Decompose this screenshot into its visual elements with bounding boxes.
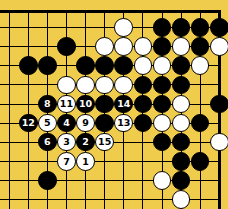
move-number: 1 [82,157,89,167]
board-intersection[interactable]: 15 [95,133,114,152]
board-intersection[interactable] [191,94,210,113]
board-intersection[interactable] [172,75,191,94]
board-intersection[interactable] [0,152,19,171]
board-intersection[interactable] [0,171,19,190]
white-stone: 1 [76,152,95,171]
white-stone [210,133,228,152]
board-intersection[interactable] [0,37,19,56]
board-intersection[interactable] [133,190,152,209]
white-stone: 3 [57,133,76,152]
board-intersection[interactable] [210,94,228,113]
board-intersection[interactable]: 11 [57,94,76,113]
board-intersection[interactable] [38,18,57,37]
board-intersection[interactable] [76,75,95,94]
black-stone [210,95,228,114]
board-intersection[interactable] [133,94,152,113]
board-intersection[interactable] [191,152,210,171]
white-stone: 15 [95,133,114,152]
board-intersection[interactable] [152,18,171,37]
black-stone: 10 [76,95,95,114]
board-intersection[interactable] [133,37,152,56]
board-intersection[interactable] [57,56,76,75]
board-top-edge [0,10,221,13]
black-stone [210,18,228,37]
move-number: 13 [117,118,130,128]
board-intersection[interactable] [95,37,114,56]
board-intersection[interactable] [57,171,76,190]
black-stone [191,152,210,171]
board-intersection[interactable]: 9 [76,114,95,133]
board-intersection[interactable] [38,171,57,190]
board-intersection[interactable] [95,75,114,94]
board-intersection[interactable] [172,37,191,56]
move-number: 14 [117,99,130,109]
black-stone [134,95,153,114]
board-intersection[interactable] [210,171,228,190]
black-stone [134,76,153,95]
board-intersection[interactable] [57,190,76,209]
black-stone [114,56,133,75]
white-stone: 7 [57,152,76,171]
white-stone [210,37,228,56]
white-stone [95,76,114,95]
black-stone [95,95,114,114]
black-stone [153,37,172,56]
board-intersection[interactable] [152,56,171,75]
board-intersection[interactable] [19,37,38,56]
black-stone: 14 [114,95,133,114]
board-intersection[interactable]: 1 [76,152,95,171]
board-intersection[interactable] [133,114,152,133]
board-intersection[interactable] [152,94,171,113]
board-intersection[interactable] [210,152,228,171]
move-number: 15 [98,137,111,147]
board-intersection[interactable] [19,152,38,171]
board-intersection[interactable] [95,56,114,75]
black-stone [172,152,191,171]
board-intersection[interactable] [38,56,57,75]
board-intersection[interactable] [191,75,210,94]
board-intersection[interactable] [172,56,191,75]
move-number: 9 [82,118,89,128]
black-stone [153,95,172,114]
board-intersection[interactable] [210,190,228,209]
black-stone: 6 [38,133,57,152]
board-intersection[interactable] [133,18,152,37]
white-stone [172,190,191,209]
white-stone [153,56,172,75]
board-intersection[interactable] [114,56,133,75]
move-number: 2 [82,137,89,147]
board-intersection[interactable] [95,94,114,113]
board-intersection[interactable] [0,56,19,75]
board-intersection[interactable] [191,18,210,37]
board-intersection[interactable] [210,75,228,94]
black-stone [172,56,191,75]
black-stone: 4 [57,114,76,133]
board-intersection[interactable] [76,56,95,75]
board-intersection[interactable] [0,18,19,37]
black-stone [153,133,172,152]
board-intersection[interactable]: 12 [19,114,38,133]
white-stone [172,95,191,114]
board-intersection[interactable]: 13 [114,114,133,133]
black-stone [172,76,191,95]
board-intersection[interactable] [114,37,133,56]
board-intersection[interactable] [38,152,57,171]
white-stone [191,56,210,75]
black-stone [172,18,191,37]
white-stone [57,76,76,95]
board-intersection[interactable] [95,152,114,171]
board-intersection[interactable] [76,37,95,56]
board-intersection[interactable] [76,190,95,209]
board-intersection[interactable] [191,114,210,133]
move-number: 11 [60,99,73,109]
board-intersection[interactable] [152,171,171,190]
white-stone [114,37,133,56]
move-number: 4 [63,118,70,128]
board-intersection[interactable] [152,37,171,56]
board-intersection[interactable] [152,190,171,209]
black-stone [19,56,38,75]
board-intersection[interactable] [114,190,133,209]
board-intersection[interactable] [114,18,133,37]
board-intersection[interactable] [57,75,76,94]
black-stone [153,76,172,95]
board-intersection[interactable] [95,114,114,133]
board-intersection[interactable] [19,18,38,37]
move-number: 8 [44,99,51,109]
board-intersection[interactable] [133,152,152,171]
board-intersection[interactable] [38,190,57,209]
black-stone [38,171,57,190]
board-intersection[interactable] [19,94,38,113]
board-intersection[interactable]: 3 [57,133,76,152]
white-stone [76,76,95,95]
board-intersection[interactable] [19,56,38,75]
white-stone [134,37,153,56]
white-stone [134,56,153,75]
black-stone [134,114,153,133]
board-intersection[interactable] [172,114,191,133]
board-intersection[interactable] [210,18,228,37]
board-intersection[interactable] [133,133,152,152]
board-intersection[interactable] [210,114,228,133]
white-stone [114,76,133,95]
board-intersection[interactable] [133,171,152,190]
black-stone [191,18,210,37]
black-stone: 12 [19,114,38,133]
board-intersection[interactable] [0,133,19,152]
black-stone: 2 [76,133,95,152]
board-intersection[interactable] [133,75,152,94]
board-intersection[interactable] [38,37,57,56]
board-intersection[interactable] [152,75,171,94]
board-intersection[interactable] [38,75,57,94]
go-diagram: 811101412549136321571 [0,0,228,209]
white-stone: 13 [114,114,133,133]
board-intersection[interactable]: 7 [57,152,76,171]
board-intersection[interactable] [76,171,95,190]
board-intersection[interactable] [19,75,38,94]
white-stone: 11 [57,95,76,114]
board-intersection[interactable] [57,37,76,56]
board-intersection[interactable] [172,171,191,190]
board-intersection[interactable] [172,94,191,113]
white-stone [172,114,191,133]
white-stone [114,18,133,37]
board-intersection[interactable] [172,152,191,171]
move-number: 12 [22,118,35,128]
board-intersection[interactable] [95,18,114,37]
board-intersection[interactable]: 4 [57,114,76,133]
board-intersection[interactable] [0,190,19,209]
board-intersection[interactable] [172,133,191,152]
black-stone [191,37,210,56]
board-intersection[interactable]: 2 [76,133,95,152]
white-stone [172,37,191,56]
board-intersection[interactable] [191,56,210,75]
board-intersection[interactable] [19,171,38,190]
white-stone [95,37,114,56]
black-stone [153,18,172,37]
board-intersection[interactable] [114,133,133,152]
board-intersection[interactable] [191,37,210,56]
board-intersection[interactable] [0,75,19,94]
board-intersection[interactable] [172,190,191,209]
board-intersection[interactable] [0,94,19,113]
move-number: 5 [44,118,51,128]
board-intersection[interactable] [191,133,210,152]
black-stone [76,56,95,75]
board-intersection[interactable] [152,114,171,133]
board-intersection[interactable] [19,133,38,152]
board-intersection[interactable]: 8 [38,94,57,113]
board-intersection[interactable] [191,171,210,190]
board-intersection[interactable] [19,190,38,209]
black-stone [95,114,114,133]
board-intersection[interactable] [191,190,210,209]
board-intersection[interactable] [152,133,171,152]
white-stone [153,114,172,133]
board-intersection[interactable] [114,75,133,94]
board-intersection[interactable] [210,37,228,56]
board-intersection[interactable]: 10 [76,94,95,113]
board-intersection[interactable] [210,56,228,75]
white-stone [153,171,172,190]
black-stone [191,114,210,133]
board-intersection[interactable] [133,56,152,75]
move-number: 3 [63,137,70,147]
black-stone [57,37,76,56]
white-stone: 5 [38,114,57,133]
black-stone [95,56,114,75]
board-intersection[interactable] [95,190,114,209]
board-intersection[interactable]: 5 [38,114,57,133]
board-intersection[interactable] [210,133,228,152]
black-stone [38,56,57,75]
board-intersection[interactable] [172,18,191,37]
board-intersection[interactable] [95,171,114,190]
move-number: 7 [63,157,70,167]
black-stone [172,171,191,190]
white-stone: 9 [76,114,95,133]
board-intersection[interactable] [0,114,19,133]
board-intersection[interactable] [152,152,171,171]
move-number: 6 [44,137,51,147]
board-intersection[interactable] [76,18,95,37]
board-intersection[interactable] [114,171,133,190]
board-intersection[interactable] [114,152,133,171]
board-intersection[interactable]: 6 [38,133,57,152]
stone-grid: 811101412549136321571 [0,18,228,209]
board-intersection[interactable]: 14 [114,94,133,113]
move-number: 10 [79,99,92,109]
board-intersection[interactable] [57,18,76,37]
black-stone [172,133,191,152]
black-stone: 8 [38,95,57,114]
